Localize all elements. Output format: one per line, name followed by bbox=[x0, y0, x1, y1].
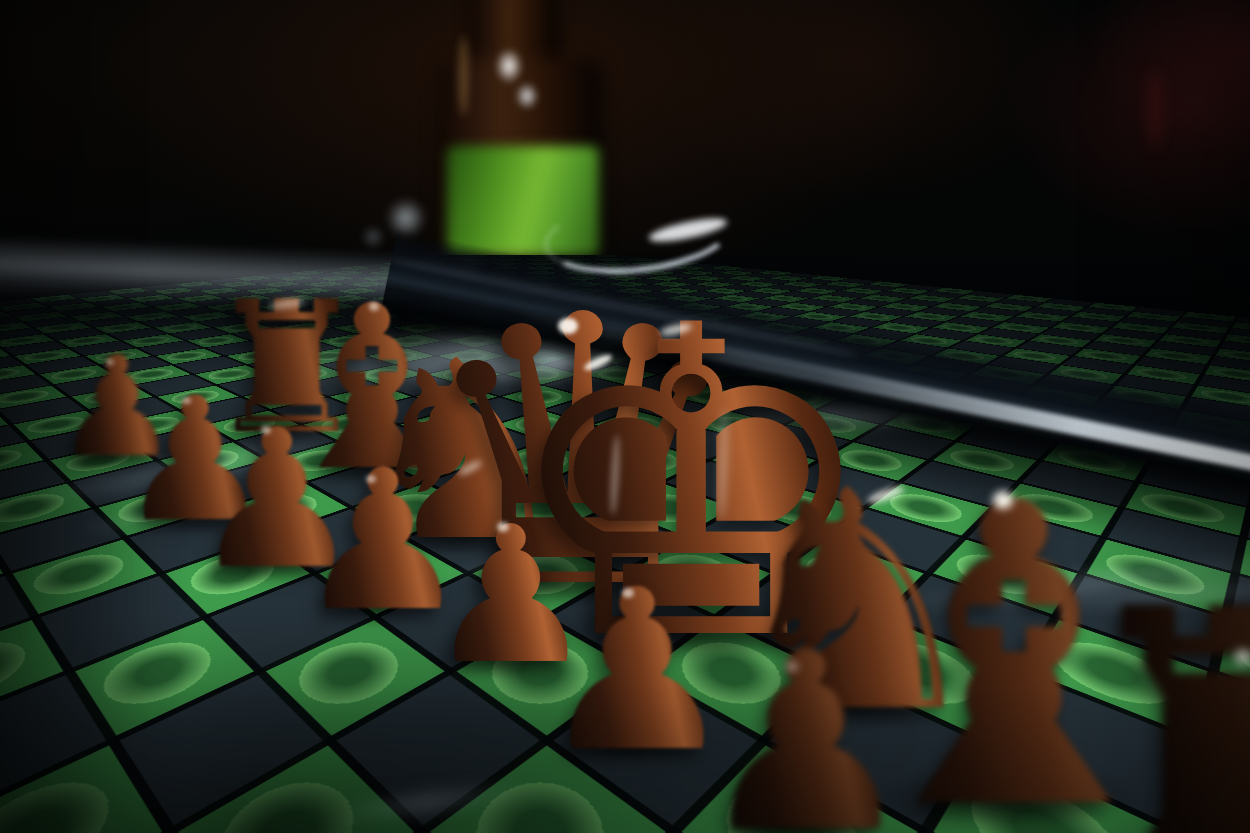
pieces-layer: ♜♟♝♟♞♟♛♟♚♟♞♟♝♟♜ bbox=[0, 0, 1250, 833]
specular-highlight bbox=[993, 491, 1013, 509]
piece-black-rook-h1[interactable]: ♜ bbox=[1053, 558, 1250, 833]
piece-black-pawn-g2[interactable]: ♟ bbox=[695, 619, 917, 833]
specular-highlight bbox=[497, 522, 509, 532]
specular-highlight bbox=[786, 662, 798, 671]
specular-highlight bbox=[1234, 649, 1250, 665]
specular-highlight bbox=[369, 302, 379, 311]
specular-highlight bbox=[558, 318, 578, 334]
specular-highlight bbox=[261, 426, 271, 434]
specular-highlight bbox=[622, 588, 634, 598]
specular-highlight bbox=[182, 397, 191, 404]
specular-highlight bbox=[366, 475, 376, 483]
specular-highlight bbox=[106, 359, 114, 365]
chess-photo-scene: ♜♟♝♟♞♟♛♟♚♟♞♟♝♟♜ bbox=[0, 0, 1250, 833]
